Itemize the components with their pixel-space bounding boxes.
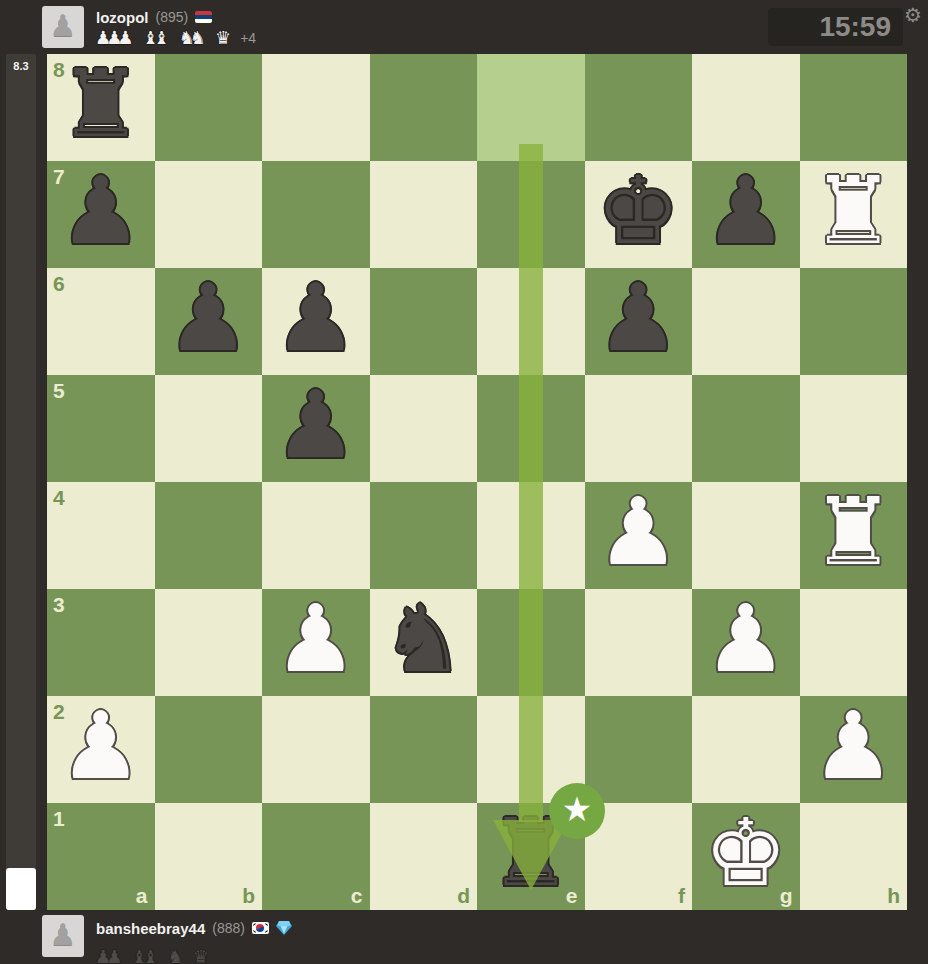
square-e8[interactable] [477,54,585,161]
top-captured-pieces: ♟♟♟♝♝♞♞♛+4 [95,28,256,48]
square-g5[interactable] [692,375,800,482]
square-g4[interactable] [692,482,800,589]
square-c2[interactable] [262,696,370,803]
piece-wR-h4[interactable]: ♜ [800,479,908,586]
square-d6[interactable] [370,268,478,375]
square-h2[interactable]: ♟ [800,696,908,803]
piece-bP-g7[interactable]: ♟ [692,158,800,265]
square-f7[interactable]: ♚ [585,161,693,268]
captured-q-group: ♛ [215,29,231,47]
rank-label-1: 1 [53,807,65,831]
square-e5[interactable] [477,375,585,482]
square-a5[interactable]: 5 [47,375,155,482]
square-b6[interactable]: ♟ [155,268,263,375]
square-c8[interactable] [262,54,370,161]
top-player-clock: 15:59 [768,8,903,46]
square-c7[interactable] [262,161,370,268]
piece-bK-f7[interactable]: ♚ [585,158,693,265]
material-advantage: +4 [240,30,256,46]
square-g6[interactable] [692,268,800,375]
square-b2[interactable] [155,696,263,803]
piece-bP-f6[interactable]: ♟ [585,265,693,372]
rank-label-3: 3 [53,593,65,617]
square-f6[interactable]: ♟ [585,268,693,375]
square-d5[interactable] [370,375,478,482]
piece-bP-c5[interactable]: ♟ [262,372,370,479]
top-player-name-row: lozopol (895) [96,7,212,27]
bottom-player-username[interactable]: bansheebray44 [96,920,205,937]
serbia-flag-icon [195,11,212,23]
pawn-avatar-icon: ♟ [50,920,77,950]
piece-wP-c3[interactable]: ♟ [262,586,370,693]
captured-p-group: ♟♟ [95,948,122,964]
star-icon: ★ [562,792,592,826]
square-e7[interactable] [477,161,585,268]
square-d8[interactable] [370,54,478,161]
evaluation-bar-white-segment [6,868,36,910]
square-e6[interactable] [477,268,585,375]
square-h5[interactable] [800,375,908,482]
square-b3[interactable] [155,589,263,696]
square-d4[interactable] [370,482,478,589]
piece-wP-h2[interactable]: ♟ [800,693,908,800]
file-label-a: a [136,884,148,908]
top-player-bar: ♟ lozopol (895) ♟♟♟♝♝♞♞♛+4 15:59 ⚙ [0,0,928,54]
rank-label-5: 5 [53,379,65,403]
piece-bP-c6[interactable]: ♟ [262,265,370,372]
square-c1[interactable]: c [262,803,370,910]
piece-bP-a7[interactable]: ♟ [47,158,155,265]
square-h1[interactable]: h [800,803,908,910]
evaluation-bar: 8.3 [6,54,36,910]
square-h7[interactable]: ♜ [800,161,908,268]
file-label-f: f [678,884,685,908]
bottom-player-bar: ♟ bansheebray44 (888) ♟♟♝♝♞♛ [0,910,928,964]
square-d3[interactable]: ♞ [370,589,478,696]
top-player-avatar[interactable]: ♟ [42,6,84,48]
square-b1[interactable]: b [155,803,263,910]
file-label-c: c [351,884,363,908]
diamond-membership-icon [276,921,292,935]
chess-board: 8♜7♟♚♟♜6♟♟♟5♟4♟♜3♟♞♟2♟♟1abcde♜fg♚h [47,54,907,910]
square-g3[interactable]: ♟ [692,589,800,696]
file-label-d: d [457,884,470,908]
square-d2[interactable] [370,696,478,803]
top-player-username[interactable]: lozopol [96,9,149,26]
bottom-player-avatar[interactable]: ♟ [42,915,84,957]
piece-wP-g3[interactable]: ♟ [692,586,800,693]
square-c6[interactable]: ♟ [262,268,370,375]
square-h4[interactable]: ♜ [800,482,908,589]
square-a1[interactable]: 1a [47,803,155,910]
bottom-player-rating: (888) [212,920,245,936]
square-f3[interactable] [585,589,693,696]
square-c5[interactable]: ♟ [262,375,370,482]
square-d1[interactable]: d [370,803,478,910]
square-b7[interactable] [155,161,263,268]
square-g2[interactable] [692,696,800,803]
file-label-b: b [242,884,255,908]
square-g1[interactable]: g♚ [692,803,800,910]
piece-wP-a2[interactable]: ♟ [47,693,155,800]
square-a4[interactable]: 4 [47,482,155,589]
chess-game-page: ♟ lozopol (895) ♟♟♟♝♝♞♞♛+4 15:59 ⚙ 8.3 8… [0,0,928,964]
square-g8[interactable] [692,54,800,161]
square-a2[interactable]: 2♟ [47,696,155,803]
piece-bR-a8[interactable]: ♜ [47,51,155,158]
square-a8[interactable]: 8♜ [47,54,155,161]
bottom-player-name-row: bansheebray44 (888) [96,918,292,938]
square-h6[interactable] [800,268,908,375]
square-f2[interactable] [585,696,693,803]
square-a3[interactable]: 3 [47,589,155,696]
top-player-rating: (895) [156,9,189,25]
square-b8[interactable] [155,54,263,161]
piece-wR-h7[interactable]: ♜ [800,158,908,265]
captured-b-group: ♝♝ [142,29,169,47]
piece-wP-f4[interactable]: ♟ [585,479,693,586]
pawn-avatar-icon: ♟ [50,11,77,41]
square-d7[interactable] [370,161,478,268]
captured-p-group: ♟♟♟ [95,29,133,47]
square-e3[interactable] [477,589,585,696]
piece-wK-g1[interactable]: ♚ [692,800,800,907]
square-a6[interactable]: 6 [47,268,155,375]
file-label-h: h [887,884,900,908]
rank-label-6: 6 [53,272,65,296]
bottom-captured-pieces: ♟♟♝♝♞♛ [95,947,209,964]
captured-b-group: ♝♝ [131,948,158,964]
square-b4[interactable] [155,482,263,589]
south-korea-flag-icon [252,922,269,934]
square-f8[interactable] [585,54,693,161]
best-move-star-badge: ★ [549,783,605,839]
square-f4[interactable]: ♟ [585,482,693,589]
captured-n-group: ♞♞ [179,29,206,47]
square-b5[interactable] [155,375,263,482]
square-a7[interactable]: 7♟ [47,161,155,268]
square-c3[interactable]: ♟ [262,589,370,696]
captured-q-group: ♛ [193,948,209,964]
square-h8[interactable] [800,54,908,161]
rank-label-4: 4 [53,486,65,510]
captured-n-group: ♞ [168,948,184,964]
piece-bP-b6[interactable]: ♟ [155,265,263,372]
evaluation-score: 8.3 [6,60,36,72]
square-c4[interactable] [262,482,370,589]
square-h3[interactable] [800,589,908,696]
settings-gear-icon[interactable]: ⚙ [904,2,922,28]
square-e4[interactable] [477,482,585,589]
top-clock-time: 15:59 [819,11,891,43]
square-g7[interactable]: ♟ [692,161,800,268]
square-f5[interactable] [585,375,693,482]
piece-bN-d3[interactable]: ♞ [370,586,478,693]
